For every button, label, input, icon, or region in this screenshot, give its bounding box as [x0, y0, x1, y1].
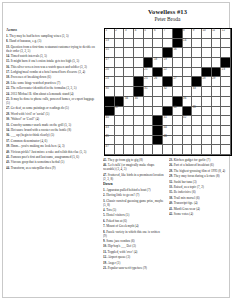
cell-number: 44	[164, 126, 167, 129]
grid-cell[interactable]	[144, 116, 154, 126]
grid-cell[interactable]	[115, 58, 125, 68]
cell-number: 20	[106, 68, 109, 71]
clue-item: 20. Like some binge-watched practices (7…	[6, 81, 98, 85]
grid-cell[interactable]: 38	[173, 107, 183, 117]
clue-item: 33. Raised, as a topic (7, 2)	[169, 185, 230, 189]
grid-cell[interactable]	[134, 58, 144, 68]
grid-cell[interactable]	[192, 58, 202, 68]
grid-cell[interactable]	[212, 97, 222, 107]
grid-cell[interactable]	[212, 136, 222, 146]
clue-item: 29. They may focus during a lecture (8)	[169, 174, 230, 178]
cell-number: 43	[106, 126, 109, 129]
clue-item: 24. 2013 Michael B. film about a lemonad…	[6, 92, 98, 96]
cell-number: 25	[144, 77, 147, 80]
grid-cell[interactable]	[144, 126, 154, 136]
cell-number: 13	[106, 39, 109, 42]
clue-item: 13. Question from a first-time restauran…	[6, 45, 98, 53]
grid-cell[interactable]	[134, 107, 144, 117]
cell-number: 8	[183, 29, 185, 32]
grid-cell[interactable]	[153, 87, 163, 97]
grid-cell[interactable]	[212, 39, 222, 49]
grid-cell[interactable]: 36	[183, 97, 193, 107]
clue-item: 19. Anger (3)	[103, 261, 164, 265]
grid-cell[interactable]: 2	[115, 29, 125, 39]
grid-cell[interactable]: 33	[192, 87, 202, 97]
grid-cell[interactable]	[221, 39, 231, 49]
grid-cell[interactable]: 23	[221, 68, 231, 78]
clue-item: 40. Transcript figs. (4)	[169, 201, 230, 205]
cell-number: 17	[106, 58, 109, 61]
grid-cell[interactable]	[202, 126, 212, 136]
grid-cell[interactable]	[212, 87, 222, 97]
clue-item: 41. Mardi Gras wear (4)	[169, 207, 230, 211]
clue-item: 36. ___ up (begin to think clearly) (5)	[6, 133, 98, 137]
cell-number: 45	[106, 135, 109, 138]
clue-item: 37. Common denominator (4, 6)	[6, 139, 98, 143]
grid-cell[interactable]	[192, 126, 202, 136]
clue-item: 1. Apparatus pulled behind a boat (7)	[103, 188, 164, 192]
grid-cell[interactable]	[183, 77, 193, 87]
grid-cell[interactable]	[124, 77, 134, 87]
grid-cell[interactable]	[115, 68, 125, 78]
grid-cell[interactable]: 47	[105, 145, 115, 155]
grid-cell[interactable]	[183, 68, 193, 78]
clue-item: 14. Timed watch intervals (3, 5)	[6, 54, 98, 58]
grid-cell[interactable]	[163, 145, 173, 155]
clue-item: 11. Toppled, with 'over' (4)	[103, 250, 164, 254]
cell-number: 36	[183, 97, 186, 100]
grid-cell[interactable]: 22	[163, 68, 173, 78]
grid-cell[interactable]	[115, 39, 125, 49]
across-clues-column: Across 1. They may be had before samplin…	[6, 28, 98, 292]
cell-number: 30	[106, 87, 109, 90]
cell-number: 6	[154, 29, 156, 32]
grid-cell[interactable]	[115, 145, 125, 155]
cell-number: 2	[115, 29, 117, 32]
grid-cell[interactable]	[183, 58, 193, 68]
clue-item: 42. Some votes (4)	[169, 212, 230, 216]
clue-item: 2. Having little to go on? (7)	[103, 193, 164, 197]
grid-cell[interactable]	[212, 116, 222, 126]
puzzle-page: { "game": "crossword (vowelless variety)…	[0, 0, 232, 300]
grid-cell[interactable]	[153, 145, 163, 155]
grid-cell[interactable]: 10	[202, 29, 212, 39]
grid-cell[interactable]	[124, 116, 134, 126]
grid-cell[interactable]	[153, 39, 163, 49]
clue-item: 34. Hot sauce brand with a rooster on th…	[6, 128, 98, 132]
grid-cell[interactable]: 42	[183, 116, 193, 126]
grid-cell[interactable]: 30	[105, 87, 115, 97]
cell-number: 47	[106, 145, 109, 148]
grid-cell[interactable]	[134, 68, 144, 78]
grid-cell[interactable]	[134, 48, 144, 58]
clue-item: 35. Be indecisive (6)	[169, 190, 230, 194]
cell-number: 41	[164, 116, 167, 119]
cell-number: 38	[173, 106, 176, 109]
down-header: Down	[103, 182, 164, 187]
grid-cell[interactable]: 9	[192, 29, 202, 39]
cell-number: 28	[202, 77, 205, 80]
clue-item: 25. It may be done to phone calls, power…	[6, 97, 98, 105]
clue-item: 21. Popular sans-serif typeface (9)	[103, 266, 164, 270]
grid-cell[interactable]	[212, 126, 222, 136]
grid-cell[interactable]	[115, 77, 125, 87]
grid-cell[interactable]	[115, 116, 125, 126]
grid-cell[interactable]: 18	[153, 58, 163, 68]
grid-cell[interactable]	[134, 126, 144, 136]
grid-cell[interactable]: 27	[173, 77, 183, 87]
black-cell[interactable]	[153, 126, 163, 136]
grid-cell[interactable]	[212, 145, 222, 155]
grid-cell[interactable]: 7	[163, 29, 173, 39]
grid-cell[interactable]	[202, 97, 212, 107]
cell-number: 15	[106, 48, 109, 51]
cell-number: 34	[125, 97, 128, 100]
clue-item: 38. Trail mix morsel (6)	[169, 196, 230, 200]
cell-number: 5	[144, 29, 146, 32]
cell-number: 31	[144, 87, 147, 90]
clue-item: 41. Famous poet's first and last name, a…	[6, 155, 98, 159]
grid-cell[interactable]	[212, 107, 222, 117]
grid-cell[interactable]	[192, 39, 202, 49]
cell-number: 14	[183, 39, 186, 42]
clue-item: 23. Kitchen gadget for garlic (7)	[169, 158, 230, 162]
clue-item: 40. Vicious pickle? Just mince a cuke an…	[6, 150, 98, 154]
grid-cell[interactable]: 16	[173, 48, 183, 58]
grid-cell[interactable]	[221, 126, 231, 136]
grid-cell[interactable]	[144, 48, 154, 58]
cell-number: 21	[144, 68, 147, 71]
black-cell[interactable]	[153, 136, 163, 146]
grid-cell[interactable]	[202, 136, 212, 146]
clue-item: 8. Puzzle variety in which this one is w…	[103, 230, 164, 238]
grid-cell[interactable]	[124, 48, 134, 58]
clue-item: 45. They go from gig to gig (8)	[103, 158, 164, 162]
clue-item: 7. Mount of Greek myth (4)	[103, 224, 164, 228]
grid-cell[interactable]: 26	[153, 77, 163, 87]
puzzle-title: Vowelless #13	[104, 8, 231, 15]
cell-number: 12	[222, 29, 225, 32]
clue-item: 17. Lodging/meal combo at a hotel turned…	[6, 70, 98, 74]
grid-cell[interactable]	[115, 136, 125, 146]
grid-cell[interactable]	[183, 48, 193, 58]
grid-cell[interactable]: 12	[221, 29, 231, 39]
grid-cell[interactable]	[192, 48, 202, 58]
puzzle-author: Peter Broda	[104, 16, 231, 22]
across-header: Across	[6, 28, 98, 33]
down-clue-list: 1. Apparatus pulled behind a boat (7)2. …	[103, 188, 164, 270]
grid-cell[interactable]: 46	[163, 136, 173, 146]
grid-cell[interactable]	[192, 116, 202, 126]
grid-cell[interactable]: 37	[115, 107, 125, 117]
clue-item: 1. They may be had before sampling wines…	[6, 34, 98, 38]
bottom-left-clues-column: 45. They go from gig to gig (8)46. 'Let'…	[103, 158, 164, 294]
clue-item: 39. Hmm... you're making me look here (4…	[6, 144, 98, 148]
clue-item: 46. 'Let's talk' (or magically make chap…	[103, 163, 164, 171]
grid-cell[interactable]	[153, 97, 163, 107]
grid-cell[interactable]	[115, 126, 125, 136]
cell-number: 22	[164, 68, 167, 71]
grid-cell[interactable]	[212, 48, 222, 58]
grid-cell[interactable]	[221, 116, 231, 126]
grid-cell[interactable]	[173, 58, 183, 68]
clue-item: 5. Hostel visitors (5)	[103, 213, 164, 217]
clue-item: 47. Scattered, like birds in a prominent…	[103, 173, 164, 181]
grid-cell[interactable]	[221, 48, 231, 58]
grid-cell[interactable]	[163, 39, 173, 49]
clue-item: 31. Crunchy summer snack made on the gri…	[6, 123, 98, 127]
cell-number: 27	[173, 77, 176, 80]
clue-item: 28. The highest-grossing film of 1993 (8…	[169, 169, 230, 173]
cell-number: 7	[164, 29, 166, 32]
cell-number: 24	[106, 77, 109, 80]
clue-item: 30. 'Wahoo!' or 'Cool!' (4)	[6, 117, 98, 121]
grid-cell[interactable]	[221, 136, 231, 146]
grid-cell[interactable]	[212, 58, 222, 68]
down-clue-list-cont: 23. Kitchen gadget for garlic (7)26. Par…	[169, 158, 230, 216]
cell-number: 46	[164, 135, 167, 138]
grid-cell[interactable]	[115, 48, 125, 58]
black-cell[interactable]	[134, 77, 144, 87]
grid-cell[interactable]	[144, 107, 154, 117]
grid-cell[interactable]	[134, 136, 144, 146]
grid-cell[interactable]	[134, 145, 144, 155]
grid-cell[interactable]: 34	[124, 97, 134, 107]
grid-cell[interactable]	[221, 97, 231, 107]
cell-number: 35	[135, 97, 138, 100]
grid-cell[interactable]: 14	[183, 39, 193, 49]
clue-item: 44. Transform, as a caterpillar does (9)	[6, 166, 98, 170]
grid-cell[interactable]	[173, 126, 183, 136]
cell-number: 26	[154, 77, 157, 80]
cell-number: 23	[222, 68, 225, 71]
grid-cell[interactable]	[183, 126, 193, 136]
grid-cell[interactable]	[173, 87, 183, 97]
grid-cell[interactable]	[221, 87, 231, 97]
grid-cell[interactable]	[124, 68, 134, 78]
grid-cell[interactable]	[202, 145, 212, 155]
clue-item: 10. Hip-hop's ___ Def (3)	[103, 244, 164, 248]
grid-cell[interactable]	[202, 107, 212, 117]
across-clue-list: 1. They may be had before sampling wines…	[6, 34, 98, 170]
grid-cell[interactable]	[183, 136, 193, 146]
grid-cell[interactable]	[202, 87, 212, 97]
cell-number: 11	[212, 29, 215, 32]
grid-cell[interactable]: 39	[192, 107, 202, 117]
grid-cell[interactable]	[221, 107, 231, 117]
clue-item: 16. This silver screen icon was a watch …	[6, 65, 98, 69]
grid-cell[interactable]	[173, 136, 183, 146]
clue-item: 12. Airport queue (3)	[103, 255, 164, 259]
grid-cell[interactable]	[153, 107, 163, 117]
grid-cell[interactable]	[173, 145, 183, 155]
grid-cell[interactable]	[115, 87, 125, 97]
cell-number: 40	[106, 116, 109, 119]
grid-cell[interactable]: 28	[202, 77, 212, 87]
grid-cell[interactable]	[124, 39, 134, 49]
cell-number: 42	[183, 116, 186, 119]
grid-cell[interactable]	[183, 145, 193, 155]
grid-cell[interactable]	[144, 145, 154, 155]
cell-number: 1	[106, 29, 108, 32]
grid-cell[interactable]	[163, 97, 173, 107]
grid-cell[interactable]: 32	[163, 87, 173, 97]
grid-cell[interactable]	[192, 68, 202, 78]
clue-item: 8. Hand of bananas, e.g. (5)	[6, 39, 98, 43]
grid-cell[interactable]	[124, 126, 134, 136]
cell-number: 18	[154, 58, 157, 61]
grid-cell[interactable]	[173, 116, 183, 126]
grid-cell[interactable]	[192, 145, 202, 155]
cell-number: 33	[193, 87, 196, 90]
cell-number: 19	[164, 58, 167, 61]
grid-cell[interactable]	[124, 58, 134, 68]
clue-item: 18. Processes of breaking down (6)	[6, 75, 98, 79]
cell-number: 4	[135, 29, 137, 32]
clue-item: 15. It might burn if one's onion intake …	[6, 59, 98, 63]
black-cell[interactable]	[105, 97, 115, 107]
clue-item: 27. Go deaf, as some paintings or readin…	[6, 106, 98, 110]
grid-cell[interactable]: 31	[144, 87, 154, 97]
black-cell[interactable]	[173, 29, 183, 39]
grid-cell[interactable]: 4	[134, 29, 144, 39]
clue-item: 22. The rollercoaster identified in the …	[6, 86, 98, 90]
grid-cell[interactable]: 11	[212, 29, 222, 39]
grid-cell[interactable]	[134, 39, 144, 49]
grid-cell[interactable]	[124, 145, 134, 155]
black-cell[interactable]	[153, 116, 163, 126]
clue-item: 6. Poked fun at (6)	[103, 219, 164, 223]
grid-cell[interactable]: 6	[153, 29, 163, 39]
clue-item: 9. Some jazz combos (6)	[103, 239, 164, 243]
cell-number: 29	[212, 77, 215, 80]
grid-cell[interactable]: 35	[134, 97, 144, 107]
clue-item: 26. Part of a balanced breakfast (6)	[169, 163, 230, 167]
across-clue-list-cont: 45. They go from gig to gig (8)46. 'Let'…	[103, 158, 164, 181]
grid-cell[interactable]	[144, 39, 154, 49]
grid-cell[interactable]	[202, 39, 212, 49]
grid-cell[interactable]	[221, 77, 231, 87]
grid-cell[interactable]: 5	[144, 29, 154, 39]
grid-cell[interactable]	[202, 116, 212, 126]
grid-cell[interactable]	[192, 136, 202, 146]
grid-cell[interactable]	[144, 136, 154, 146]
grid-cell[interactable]: 3	[124, 29, 134, 39]
cell-number: 3	[125, 29, 127, 32]
clue-item: 3. Classic carnival guessing game prize,…	[103, 199, 164, 207]
cell-number: 39	[193, 106, 196, 109]
grid-cell[interactable]: 29	[212, 77, 222, 87]
clue-item: 43. Viscous goop that is sometimes herba…	[6, 160, 98, 164]
grid-cell[interactable]	[124, 136, 134, 146]
grid-cell[interactable]	[134, 116, 144, 126]
grid-cell[interactable]	[124, 107, 134, 117]
grid-cell[interactable]	[202, 58, 212, 68]
cell-number: 32	[164, 87, 167, 90]
clue-item: 32. Sushi bar tuna (3)	[169, 180, 230, 184]
grid-cell[interactable]	[202, 48, 212, 58]
crossword-grid[interactable]: 1234567891011121314151617181920212223242…	[104, 28, 232, 156]
cell-number: 10	[202, 29, 205, 32]
grid-cell[interactable]	[144, 97, 154, 107]
cell-number: 37	[115, 106, 118, 109]
grid-cell[interactable]	[221, 145, 231, 155]
bottom-right-clues-column: 23. Kitchen gadget for garlic (7)26. Par…	[169, 158, 230, 294]
clue-item: 4. Tots (5)	[103, 208, 164, 212]
cell-number: 9	[193, 29, 195, 32]
clue-item: 28. Word with 'civil' or 'social' (5)	[6, 112, 98, 116]
cell-number: 16	[173, 48, 176, 51]
